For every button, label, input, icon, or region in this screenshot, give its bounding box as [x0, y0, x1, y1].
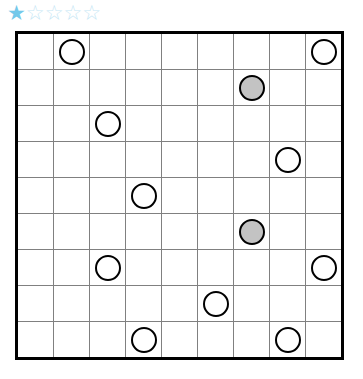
cell-r7c7[interactable] — [234, 250, 269, 285]
cell-r6c9[interactable] — [306, 214, 341, 249]
cell-r4c6[interactable] — [198, 142, 233, 177]
cell-r7c1[interactable] — [18, 250, 53, 285]
cell-r3c5[interactable] — [162, 106, 197, 141]
cell-r4c1[interactable] — [18, 142, 53, 177]
cell-r1c3[interactable] — [90, 34, 125, 69]
cell-r6c4[interactable] — [126, 214, 161, 249]
cell-r4c3[interactable] — [90, 142, 125, 177]
white-circle-clue — [131, 327, 157, 353]
cell-r9c9[interactable] — [306, 322, 341, 357]
cell-r2c6[interactable] — [198, 70, 233, 105]
cell-r9c6[interactable] — [198, 322, 233, 357]
cell-r2c7[interactable] — [234, 70, 269, 105]
cell-r4c5[interactable] — [162, 142, 197, 177]
cell-r2c5[interactable] — [162, 70, 197, 105]
gray-circle-clue — [239, 75, 265, 101]
cell-r1c1[interactable] — [18, 34, 53, 69]
cell-r2c8[interactable] — [270, 70, 305, 105]
cell-r8c1[interactable] — [18, 286, 53, 321]
cell-r1c2[interactable] — [54, 34, 89, 69]
star-icon-empty: ☆ — [63, 1, 82, 25]
cell-r1c6[interactable] — [198, 34, 233, 69]
cell-r3c1[interactable] — [18, 106, 53, 141]
white-circle-clue — [95, 255, 121, 281]
cell-r6c2[interactable] — [54, 214, 89, 249]
cell-r4c4[interactable] — [126, 142, 161, 177]
gray-circle-clue — [239, 219, 265, 245]
cell-r8c9[interactable] — [306, 286, 341, 321]
cell-r9c7[interactable] — [234, 322, 269, 357]
cell-r3c4[interactable] — [126, 106, 161, 141]
cell-r2c4[interactable] — [126, 70, 161, 105]
cell-r9c2[interactable] — [54, 322, 89, 357]
cell-r9c8[interactable] — [270, 322, 305, 357]
cell-r5c1[interactable] — [18, 178, 53, 213]
cell-r7c6[interactable] — [198, 250, 233, 285]
cell-r1c7[interactable] — [234, 34, 269, 69]
white-circle-clue — [311, 39, 337, 65]
cell-r9c4[interactable] — [126, 322, 161, 357]
cell-r2c2[interactable] — [54, 70, 89, 105]
cell-r7c2[interactable] — [54, 250, 89, 285]
cell-r5c9[interactable] — [306, 178, 341, 213]
cell-r7c5[interactable] — [162, 250, 197, 285]
cell-r8c8[interactable] — [270, 286, 305, 321]
white-circle-clue — [275, 327, 301, 353]
white-circle-clue — [275, 147, 301, 173]
cell-r6c1[interactable] — [18, 214, 53, 249]
cell-r3c2[interactable] — [54, 106, 89, 141]
star-icon-filled: ★ — [7, 1, 26, 25]
cell-r8c5[interactable] — [162, 286, 197, 321]
cell-r1c5[interactable] — [162, 34, 197, 69]
cell-r2c9[interactable] — [306, 70, 341, 105]
white-circle-clue — [131, 183, 157, 209]
cell-r5c3[interactable] — [90, 178, 125, 213]
cell-r8c6[interactable] — [198, 286, 233, 321]
cell-r9c1[interactable] — [18, 322, 53, 357]
cell-r8c2[interactable] — [54, 286, 89, 321]
cell-r5c6[interactable] — [198, 178, 233, 213]
cell-r6c8[interactable] — [270, 214, 305, 249]
cell-r1c9[interactable] — [306, 34, 341, 69]
star-icon-empty: ☆ — [82, 1, 101, 25]
cell-r7c8[interactable] — [270, 250, 305, 285]
cell-r3c8[interactable] — [270, 106, 305, 141]
cell-r4c8[interactable] — [270, 142, 305, 177]
cell-r2c3[interactable] — [90, 70, 125, 105]
cell-r4c9[interactable] — [306, 142, 341, 177]
cell-r5c2[interactable] — [54, 178, 89, 213]
difficulty-rating: ★☆☆☆☆ — [7, 1, 101, 26]
cell-r3c3[interactable] — [90, 106, 125, 141]
cell-r5c5[interactable] — [162, 178, 197, 213]
cell-r6c3[interactable] — [90, 214, 125, 249]
cell-r5c4[interactable] — [126, 178, 161, 213]
cell-r4c2[interactable] — [54, 142, 89, 177]
cell-r6c5[interactable] — [162, 214, 197, 249]
puzzle-page: ★☆☆☆☆ — [0, 0, 363, 379]
cell-r6c7[interactable] — [234, 214, 269, 249]
cell-r5c7[interactable] — [234, 178, 269, 213]
cell-r3c6[interactable] — [198, 106, 233, 141]
cell-r2c1[interactable] — [18, 70, 53, 105]
cell-r6c6[interactable] — [198, 214, 233, 249]
cell-r4c7[interactable] — [234, 142, 269, 177]
cell-r3c7[interactable] — [234, 106, 269, 141]
white-circle-clue — [95, 111, 121, 137]
white-circle-clue — [203, 291, 229, 317]
star-icon-empty: ☆ — [26, 1, 45, 25]
white-circle-clue — [59, 39, 85, 65]
cell-r3c9[interactable] — [306, 106, 341, 141]
white-circle-clue — [311, 255, 337, 281]
cell-r9c5[interactable] — [162, 322, 197, 357]
cell-r7c4[interactable] — [126, 250, 161, 285]
cell-r8c7[interactable] — [234, 286, 269, 321]
cell-r1c4[interactable] — [126, 34, 161, 69]
cell-r8c3[interactable] — [90, 286, 125, 321]
cell-r7c9[interactable] — [306, 250, 341, 285]
star-icon-empty: ☆ — [45, 1, 64, 25]
cell-r8c4[interactable] — [126, 286, 161, 321]
cell-r9c3[interactable] — [90, 322, 125, 357]
cell-r7c3[interactable] — [90, 250, 125, 285]
cell-r1c8[interactable] — [270, 34, 305, 69]
puzzle-board[interactable] — [15, 31, 344, 360]
cell-r5c8[interactable] — [270, 178, 305, 213]
